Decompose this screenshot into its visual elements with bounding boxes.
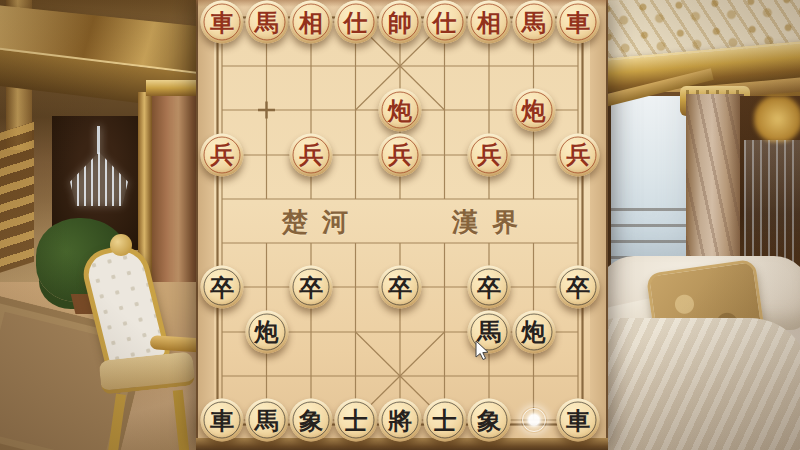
piece-glyph: 炮 [245, 310, 288, 353]
piece-black-soldier[interactable]: 卒 [201, 266, 244, 309]
piece-glyph: 相 [468, 1, 511, 44]
piece-black-soldier[interactable]: 卒 [468, 266, 511, 309]
piece-glyph: 馬 [512, 1, 555, 44]
piece-glyph: 炮 [512, 310, 555, 353]
piece-black-elephant[interactable]: 象 [468, 399, 511, 442]
piece-glyph: 車 [201, 1, 244, 44]
column-capital-left [146, 80, 202, 96]
piece-red-advisor[interactable]: 仕 [334, 1, 377, 44]
piece-black-advisor[interactable]: 士 [334, 399, 377, 442]
piece-red-soldier[interactable]: 兵 [379, 133, 422, 176]
piece-glyph: 卒 [379, 266, 422, 309]
piece-red-chariot[interactable]: 車 [201, 1, 244, 44]
crystal-chandelier-right [744, 140, 800, 272]
pieces-layer: 車馬相仕帥仕相馬車炮炮兵兵兵兵兵卒卒卒卒卒炮馬炮車馬象士將士象車 [196, 0, 608, 450]
piece-red-general[interactable]: 帥 [379, 1, 422, 44]
piece-black-soldier[interactable]: 卒 [290, 266, 333, 309]
piece-black-chariot[interactable]: 車 [201, 399, 244, 442]
piece-black-general[interactable]: 將 [379, 399, 422, 442]
piece-glyph: 相 [290, 1, 333, 44]
piece-glyph: 兵 [468, 133, 511, 176]
piece-glyph: 帥 [379, 1, 422, 44]
gilded-chair [66, 246, 196, 450]
piece-black-chariot[interactable]: 車 [557, 399, 600, 442]
piece-glyph: 士 [423, 399, 466, 442]
chair-gold-crest [110, 234, 132, 256]
piece-red-advisor[interactable]: 仕 [423, 1, 466, 44]
piece-red-horse[interactable]: 馬 [512, 1, 555, 44]
chair-leg [108, 394, 126, 450]
piece-red-elephant[interactable]: 相 [290, 1, 333, 44]
piece-glyph: 兵 [290, 133, 333, 176]
piece-glyph: 炮 [512, 89, 555, 132]
piece-red-cannon[interactable]: 炮 [379, 89, 422, 132]
piece-glyph: 象 [290, 399, 333, 442]
piece-black-soldier[interactable]: 卒 [557, 266, 600, 309]
piece-black-elephant[interactable]: 象 [290, 399, 333, 442]
piece-black-cannon[interactable]: 炮 [245, 310, 288, 353]
piece-black-horse[interactable]: 馬 [245, 399, 288, 442]
piece-glyph: 卒 [290, 266, 333, 309]
piece-glyph: 仕 [334, 1, 377, 44]
sofa-seat [604, 318, 800, 450]
piece-glyph: 兵 [379, 133, 422, 176]
piece-glyph: 兵 [201, 133, 244, 176]
piece-black-cannon[interactable]: 炮 [512, 310, 555, 353]
piece-red-soldier[interactable]: 兵 [290, 133, 333, 176]
piece-glyph: 兵 [557, 133, 600, 176]
piece-glyph: 仕 [423, 1, 466, 44]
piece-glyph: 車 [557, 399, 600, 442]
piece-red-chariot[interactable]: 車 [557, 1, 600, 44]
piece-glyph: 卒 [468, 266, 511, 309]
gold-lamp-glow [754, 96, 800, 142]
piece-glyph: 卒 [201, 266, 244, 309]
piece-red-soldier[interactable]: 兵 [201, 133, 244, 176]
piece-black-advisor[interactable]: 士 [423, 399, 466, 442]
screenshot-stage: 楚河 漢界 車馬相仕帥仕相馬車炮炮兵兵兵兵兵卒卒卒卒卒炮馬炮車馬象士將士象車 [0, 0, 800, 450]
right-wall [604, 0, 800, 450]
piece-red-soldier[interactable]: 兵 [468, 133, 511, 176]
piece-glyph: 馬 [245, 1, 288, 44]
chair-leg [173, 390, 189, 450]
crystal-chandelier-left [70, 126, 128, 216]
gold-staircase [0, 122, 34, 274]
piece-red-soldier[interactable]: 兵 [557, 133, 600, 176]
piece-glyph: 車 [201, 399, 244, 442]
piece-red-elephant[interactable]: 相 [468, 1, 511, 44]
piece-glyph: 車 [557, 1, 600, 44]
piece-black-soldier[interactable]: 卒 [379, 266, 422, 309]
piece-glyph: 將 [379, 399, 422, 442]
piece-red-horse[interactable]: 馬 [245, 1, 288, 44]
piece-glyph: 卒 [557, 266, 600, 309]
xiangqi-board[interactable]: 楚河 漢界 車馬相仕帥仕相馬車炮炮兵兵兵兵兵卒卒卒卒卒炮馬炮車馬象士將士象車 [196, 0, 608, 450]
piece-glyph: 士 [334, 399, 377, 442]
piece-glyph: 炮 [379, 89, 422, 132]
piece-glyph: 馬 [245, 399, 288, 442]
mouse-cursor [475, 340, 491, 362]
piece-glyph: 象 [468, 399, 511, 442]
piece-red-cannon[interactable]: 炮 [512, 89, 555, 132]
